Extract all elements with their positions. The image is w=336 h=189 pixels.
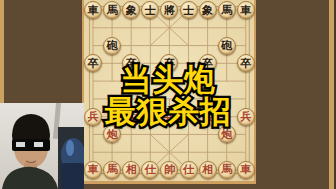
piece-red-horse[interactable]: 馬 (103, 161, 121, 179)
piece-black-cannon[interactable]: 砲 (218, 37, 236, 55)
piece-black-chariot[interactable]: 車 (84, 1, 102, 19)
piece-black-advisor[interactable]: 士 (180, 1, 198, 19)
piece-black-advisor[interactable]: 士 (141, 1, 159, 19)
piece-black-elephant[interactable]: 象 (199, 1, 217, 19)
piece-black-horse[interactable]: 馬 (103, 1, 121, 19)
piece-black-cannon[interactable]: 砲 (103, 37, 121, 55)
piece-black-elephant[interactable]: 象 (122, 1, 140, 19)
piece-red-chariot[interactable]: 車 (84, 161, 102, 179)
webcam-overlay (0, 103, 84, 189)
piece-red-general[interactable]: 帥 (160, 161, 178, 179)
piece-black-general[interactable]: 將 (160, 1, 178, 19)
piece-red-advisor[interactable]: 仕 (141, 161, 159, 179)
piece-red-elephant[interactable]: 相 (122, 161, 140, 179)
piece-red-advisor[interactable]: 仕 (180, 161, 198, 179)
piece-black-horse[interactable]: 馬 (218, 1, 236, 19)
sunglasses-icon (12, 139, 50, 151)
equipment (58, 127, 84, 189)
caption-line-1: 当头炮 (0, 64, 336, 97)
piece-red-horse[interactable]: 馬 (218, 161, 236, 179)
piece-red-chariot[interactable]: 車 (237, 161, 255, 179)
piece-red-elephant[interactable]: 相 (199, 161, 217, 179)
video-frame: 楚河 漢界 車馬象士將士象馬車砲砲卒卒卒卒卒兵兵兵兵兵炮炮車馬相仕帥仕相馬車 当… (0, 0, 336, 189)
piece-black-chariot[interactable]: 車 (237, 1, 255, 19)
